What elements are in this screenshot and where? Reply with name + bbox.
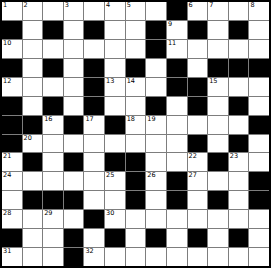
clue-number-9: 9 bbox=[168, 21, 172, 28]
cell-r10c12[interactable] bbox=[229, 172, 249, 190]
black-cell-r11c2 bbox=[23, 191, 43, 209]
cell-r6c2[interactable] bbox=[23, 97, 43, 115]
black-cell-r13c4 bbox=[64, 229, 84, 247]
clue-number-25: 25 bbox=[106, 172, 114, 179]
black-cell-r7c6 bbox=[105, 116, 125, 134]
cell-r7c8[interactable]: 19 bbox=[146, 116, 166, 134]
cell-r14c5[interactable]: 32 bbox=[84, 248, 104, 266]
cell-r6c6[interactable] bbox=[105, 97, 125, 115]
black-cell-r13c8 bbox=[146, 229, 166, 247]
cell-r8c8[interactable] bbox=[146, 135, 166, 153]
black-cell-r10c9 bbox=[167, 172, 187, 190]
cell-r13c9[interactable] bbox=[167, 229, 187, 247]
cell-r5c13[interactable] bbox=[249, 78, 269, 96]
black-cell-r4c13 bbox=[249, 59, 269, 77]
cell-r3c5[interactable] bbox=[84, 40, 104, 58]
clue-number-22: 22 bbox=[189, 153, 197, 160]
cell-r12c6[interactable]: 30 bbox=[105, 210, 125, 228]
cell-r4c8[interactable] bbox=[146, 59, 166, 77]
cell-r13c13[interactable] bbox=[249, 229, 269, 247]
black-cell-r6c1 bbox=[2, 97, 22, 115]
cell-r9c10[interactable]: 22 bbox=[188, 153, 208, 171]
cell-r6c7[interactable] bbox=[126, 97, 146, 115]
black-cell-r6c5 bbox=[84, 97, 104, 115]
cell-r12c11[interactable] bbox=[208, 210, 228, 228]
cell-r1c10[interactable]: 6 bbox=[188, 2, 208, 20]
black-cell-r4c1 bbox=[2, 59, 22, 77]
cell-r7c5[interactable]: 17 bbox=[84, 116, 104, 134]
black-cell-r4c5 bbox=[84, 59, 104, 77]
cell-r8c11[interactable] bbox=[208, 135, 228, 153]
cell-r11c8[interactable] bbox=[146, 191, 166, 209]
clue-number-26: 26 bbox=[147, 172, 155, 179]
cell-r14c10[interactable] bbox=[188, 248, 208, 266]
black-cell-r2c1 bbox=[2, 21, 22, 39]
cell-r7c7[interactable]: 18 bbox=[126, 116, 146, 134]
clue-number-21: 21 bbox=[3, 153, 11, 160]
clue-number-3: 3 bbox=[65, 2, 69, 9]
black-cell-r2c10 bbox=[188, 21, 208, 39]
cell-r1c5[interactable] bbox=[84, 2, 104, 20]
cell-r2c13[interactable] bbox=[249, 21, 269, 39]
cell-r8c2[interactable]: 20 bbox=[23, 135, 43, 153]
cell-r11c10[interactable] bbox=[188, 191, 208, 209]
clue-number-11: 11 bbox=[168, 40, 176, 47]
cell-r10c5[interactable] bbox=[84, 172, 104, 190]
cell-r7c12[interactable] bbox=[229, 116, 249, 134]
black-cell-r2c12 bbox=[229, 21, 249, 39]
cell-r3c2[interactable] bbox=[23, 40, 43, 58]
cell-r12c9[interactable] bbox=[167, 210, 187, 228]
cell-r14c3[interactable] bbox=[43, 248, 63, 266]
black-cell-r10c13 bbox=[249, 172, 269, 190]
cell-r5c8[interactable] bbox=[146, 78, 166, 96]
black-cell-r6c3 bbox=[43, 97, 63, 115]
cell-r4c6[interactable] bbox=[105, 59, 125, 77]
cell-r12c4[interactable] bbox=[64, 210, 84, 228]
cell-r6c11[interactable] bbox=[208, 97, 228, 115]
cell-r12c7[interactable] bbox=[126, 210, 146, 228]
cell-r4c2[interactable] bbox=[23, 59, 43, 77]
cell-r2c2[interactable] bbox=[23, 21, 43, 39]
cell-r3c3[interactable] bbox=[43, 40, 63, 58]
black-cell-r11c9 bbox=[167, 191, 187, 209]
cell-r11c12[interactable] bbox=[229, 191, 249, 209]
cell-r12c2[interactable] bbox=[23, 210, 43, 228]
clue-number-27: 27 bbox=[189, 172, 197, 179]
cell-r10c8[interactable]: 26 bbox=[146, 172, 166, 190]
clue-number-16: 16 bbox=[44, 116, 52, 123]
clue-number-12: 12 bbox=[3, 78, 11, 85]
cell-r9c12[interactable]: 23 bbox=[229, 153, 249, 171]
black-cell-r12c5 bbox=[84, 210, 104, 228]
cell-r14c1[interactable]: 31 bbox=[2, 248, 22, 266]
black-cell-r11c3 bbox=[43, 191, 63, 209]
cell-r7c10[interactable] bbox=[188, 116, 208, 134]
cell-r9c1[interactable]: 21 bbox=[2, 153, 22, 171]
cell-r13c11[interactable] bbox=[208, 229, 228, 247]
cell-r6c13[interactable] bbox=[249, 97, 269, 115]
black-cell-r5c9 bbox=[167, 78, 187, 96]
cell-r12c10[interactable] bbox=[188, 210, 208, 228]
black-cell-r11c11 bbox=[208, 191, 228, 209]
cell-r12c13[interactable] bbox=[249, 210, 269, 228]
clue-number-10: 10 bbox=[3, 40, 11, 47]
black-cell-r7c4 bbox=[64, 116, 84, 134]
cell-r5c12[interactable] bbox=[229, 78, 249, 96]
clue-number-5: 5 bbox=[127, 2, 131, 9]
cell-r14c8[interactable] bbox=[146, 248, 166, 266]
black-cell-r4c7 bbox=[126, 59, 146, 77]
cell-r2c7[interactable] bbox=[126, 21, 146, 39]
cell-r3c11[interactable] bbox=[208, 40, 228, 58]
clue-number-31: 31 bbox=[3, 248, 11, 255]
black-cell-r5c5 bbox=[84, 78, 104, 96]
black-cell-r8c1 bbox=[2, 135, 22, 153]
clue-number-7: 7 bbox=[209, 2, 213, 9]
cell-r11c5[interactable] bbox=[84, 191, 104, 209]
cell-r12c1[interactable]: 28 bbox=[2, 210, 22, 228]
black-cell-r7c1 bbox=[2, 116, 22, 134]
cell-r10c6[interactable]: 25 bbox=[105, 172, 125, 190]
black-cell-r8c10 bbox=[188, 135, 208, 153]
cell-r6c4[interactable] bbox=[64, 97, 84, 115]
cell-r8c13[interactable] bbox=[249, 135, 269, 153]
cell-r5c4[interactable] bbox=[64, 78, 84, 96]
black-cell-r6c8 bbox=[146, 97, 166, 115]
cell-r3c9[interactable]: 11 bbox=[167, 40, 187, 58]
cell-r8c9[interactable] bbox=[167, 135, 187, 153]
crossword-puzzle: 1234567891011121314151617181920212223242… bbox=[0, 0, 271, 268]
clue-number-29: 29 bbox=[44, 210, 52, 217]
cell-r5c2[interactable] bbox=[23, 78, 43, 96]
clue-number-23: 23 bbox=[230, 153, 238, 160]
cell-r10c4[interactable] bbox=[64, 172, 84, 190]
black-cell-r13c1 bbox=[2, 229, 22, 247]
black-cell-r9c4 bbox=[64, 153, 84, 171]
cell-r9c8[interactable] bbox=[146, 153, 166, 171]
black-cell-r9c7 bbox=[126, 153, 146, 171]
clue-number-6: 6 bbox=[189, 2, 193, 9]
cell-r10c2[interactable] bbox=[23, 172, 43, 190]
cell-r5c1[interactable]: 12 bbox=[2, 78, 22, 96]
cell-r9c9[interactable] bbox=[167, 153, 187, 171]
cell-r9c13[interactable] bbox=[249, 153, 269, 171]
cell-r3c7[interactable] bbox=[126, 40, 146, 58]
cell-r2c6[interactable] bbox=[105, 21, 125, 39]
cell-r3c6[interactable] bbox=[105, 40, 125, 58]
cell-r12c12[interactable] bbox=[229, 210, 249, 228]
clue-number-8: 8 bbox=[250, 2, 254, 9]
cell-r14c12[interactable] bbox=[229, 248, 249, 266]
black-cell-r11c7 bbox=[126, 191, 146, 209]
cell-r4c10[interactable] bbox=[188, 59, 208, 77]
cell-r3c4[interactable] bbox=[64, 40, 84, 58]
clue-number-14: 14 bbox=[127, 78, 135, 85]
cell-r1c2[interactable]: 2 bbox=[23, 2, 43, 20]
cell-r7c11[interactable] bbox=[208, 116, 228, 134]
clue-number-17: 17 bbox=[85, 116, 93, 123]
cell-r13c5[interactable] bbox=[84, 229, 104, 247]
cell-r8c4[interactable] bbox=[64, 135, 84, 153]
black-cell-r3c8 bbox=[146, 40, 166, 58]
black-cell-r11c4 bbox=[64, 191, 84, 209]
cell-r12c3[interactable]: 29 bbox=[43, 210, 63, 228]
cell-r14c9[interactable] bbox=[167, 248, 187, 266]
black-cell-r4c12 bbox=[229, 59, 249, 77]
cell-r4c4[interactable] bbox=[64, 59, 84, 77]
cell-r6c9[interactable] bbox=[167, 97, 187, 115]
cell-r14c6[interactable] bbox=[105, 248, 125, 266]
black-cell-r11c13 bbox=[249, 191, 269, 209]
cell-r1c12[interactable] bbox=[229, 2, 249, 20]
black-cell-r1c9 bbox=[167, 2, 187, 20]
cell-r11c6[interactable] bbox=[105, 191, 125, 209]
cell-r3c12[interactable] bbox=[229, 40, 249, 58]
cell-r8c6[interactable] bbox=[105, 135, 125, 153]
black-cell-r5c10 bbox=[188, 78, 208, 96]
black-cell-r4c11 bbox=[208, 59, 228, 77]
black-cell-r2c3 bbox=[43, 21, 63, 39]
black-cell-r7c2 bbox=[23, 116, 43, 134]
clue-number-19: 19 bbox=[147, 116, 155, 123]
cell-r1c7[interactable]: 5 bbox=[126, 2, 146, 20]
cell-r3c1[interactable]: 10 bbox=[2, 40, 22, 58]
cell-r9c5[interactable] bbox=[84, 153, 104, 171]
cell-r10c10[interactable]: 27 bbox=[188, 172, 208, 190]
cell-r1c8[interactable] bbox=[146, 2, 166, 20]
cell-r10c3[interactable] bbox=[43, 172, 63, 190]
cell-r5c3[interactable] bbox=[43, 78, 63, 96]
cell-r2c4[interactable] bbox=[64, 21, 84, 39]
cell-r5c7[interactable]: 14 bbox=[126, 78, 146, 96]
cell-r1c3[interactable] bbox=[43, 2, 63, 20]
clue-number-32: 32 bbox=[85, 248, 93, 255]
cell-r3c13[interactable] bbox=[249, 40, 269, 58]
cell-r1c1[interactable]: 1 bbox=[2, 2, 22, 20]
crossword-board: 1234567891011121314151617181920212223242… bbox=[0, 0, 271, 268]
black-cell-r6c10 bbox=[188, 97, 208, 115]
cell-r11c1[interactable] bbox=[2, 191, 22, 209]
black-cell-r2c8 bbox=[146, 21, 166, 39]
clue-number-24: 24 bbox=[3, 172, 11, 179]
cell-r14c13[interactable] bbox=[249, 248, 269, 266]
black-cell-r8c12 bbox=[229, 135, 249, 153]
black-cell-r2c5 bbox=[84, 21, 104, 39]
clue-number-1: 1 bbox=[3, 2, 7, 9]
black-cell-r13c6 bbox=[105, 229, 125, 247]
black-cell-r10c7 bbox=[126, 172, 146, 190]
clue-number-2: 2 bbox=[24, 2, 28, 9]
black-cell-r9c6 bbox=[105, 153, 125, 171]
cell-r2c9[interactable]: 9 bbox=[167, 21, 187, 39]
black-cell-r9c11 bbox=[208, 153, 228, 171]
clue-number-18: 18 bbox=[127, 116, 135, 123]
cell-r1c11[interactable]: 7 bbox=[208, 2, 228, 20]
clue-number-28: 28 bbox=[3, 210, 11, 217]
cell-r13c2[interactable] bbox=[23, 229, 43, 247]
cell-r2c11[interactable] bbox=[208, 21, 228, 39]
cell-r13c7[interactable] bbox=[126, 229, 146, 247]
cell-r8c7[interactable] bbox=[126, 135, 146, 153]
cell-r1c6[interactable]: 4 bbox=[105, 2, 125, 20]
cell-r10c1[interactable]: 24 bbox=[2, 172, 22, 190]
clue-number-30: 30 bbox=[106, 210, 114, 217]
cell-r5c11[interactable]: 15 bbox=[208, 78, 228, 96]
cell-r9c3[interactable] bbox=[43, 153, 63, 171]
cell-r1c4[interactable]: 3 bbox=[64, 2, 84, 20]
cell-r5c6[interactable]: 13 bbox=[105, 78, 125, 96]
cell-r14c2[interactable] bbox=[23, 248, 43, 266]
cell-r8c5[interactable] bbox=[84, 135, 104, 153]
black-cell-r9c2 bbox=[23, 153, 43, 171]
cell-r1c13[interactable]: 8 bbox=[249, 2, 269, 20]
black-cell-r4c9 bbox=[167, 59, 187, 77]
cell-r12c8[interactable] bbox=[146, 210, 166, 228]
black-cell-r14c4 bbox=[64, 248, 84, 266]
cell-r7c9[interactable] bbox=[167, 116, 187, 134]
cell-r8c3[interactable] bbox=[43, 135, 63, 153]
cell-r14c11[interactable] bbox=[208, 248, 228, 266]
cell-r3c10[interactable] bbox=[188, 40, 208, 58]
cell-r10c11[interactable] bbox=[208, 172, 228, 190]
black-cell-r13c12 bbox=[229, 229, 249, 247]
clue-number-13: 13 bbox=[106, 78, 114, 85]
cell-r14c7[interactable] bbox=[126, 248, 146, 266]
black-cell-r6c12 bbox=[229, 97, 249, 115]
black-cell-r4c3 bbox=[43, 59, 63, 77]
clue-number-15: 15 bbox=[209, 78, 217, 85]
cell-r7c3[interactable]: 16 bbox=[43, 116, 63, 134]
cell-r13c3[interactable] bbox=[43, 229, 63, 247]
black-cell-r7c13 bbox=[249, 116, 269, 134]
clue-number-4: 4 bbox=[106, 2, 110, 9]
black-cell-r13c10 bbox=[188, 229, 208, 247]
clue-number-20: 20 bbox=[24, 135, 32, 142]
